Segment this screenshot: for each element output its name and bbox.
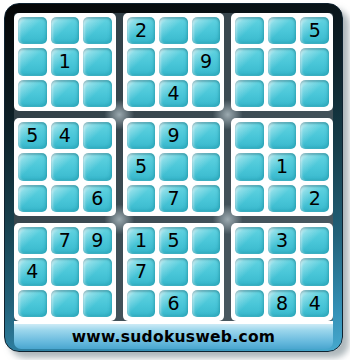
cell-r9c8[interactable]: 8	[268, 290, 297, 317]
cell-r8c6[interactable]	[192, 258, 221, 285]
cell-r3c8[interactable]	[268, 80, 297, 107]
cell-r2c6[interactable]: 9	[192, 48, 221, 75]
cell-r7c3[interactable]: 9	[83, 227, 112, 254]
cell-r1c1[interactable]	[18, 17, 47, 44]
cell-r1c3[interactable]	[83, 17, 112, 44]
cell-r5c4[interactable]: 5	[127, 153, 156, 180]
box-2: 294	[123, 13, 225, 111]
cell-r8c7[interactable]	[235, 258, 264, 285]
cell-r7c7[interactable]	[235, 227, 264, 254]
cell-r3c3[interactable]	[83, 80, 112, 107]
cell-r4c4[interactable]	[127, 122, 156, 149]
board-frame: 12945546957127941576384 www.sudokusweb.c…	[4, 3, 343, 352]
cell-r9c1[interactable]	[18, 290, 47, 317]
cell-r5c1[interactable]	[18, 153, 47, 180]
cell-r6c4[interactable]	[127, 185, 156, 212]
cell-r5c9[interactable]	[300, 153, 329, 180]
cell-r7c9[interactable]	[300, 227, 329, 254]
cell-r9c7[interactable]	[235, 290, 264, 317]
cell-r9c9[interactable]: 4	[300, 290, 329, 317]
cell-r3c7[interactable]	[235, 80, 264, 107]
footer-band: www.sudokusweb.com	[14, 321, 333, 349]
box-6: 12	[231, 118, 333, 216]
cell-r4c8[interactable]	[268, 122, 297, 149]
cell-r5c3[interactable]	[83, 153, 112, 180]
cell-r3c1[interactable]	[18, 80, 47, 107]
cell-r3c6[interactable]	[192, 80, 221, 107]
cell-r2c3[interactable]	[83, 48, 112, 75]
cell-r4c2[interactable]: 4	[51, 122, 80, 149]
cell-r5c2[interactable]	[51, 153, 80, 180]
cell-r8c4[interactable]: 7	[127, 258, 156, 285]
cell-r4c1[interactable]: 5	[18, 122, 47, 149]
cell-r6c1[interactable]	[18, 185, 47, 212]
cell-r8c5[interactable]	[159, 258, 188, 285]
cell-r7c6[interactable]	[192, 227, 221, 254]
cell-r8c9[interactable]	[300, 258, 329, 285]
cell-r3c9[interactable]	[300, 80, 329, 107]
sudoku-board: 12945546957127941576384	[14, 13, 333, 321]
cell-r1c8[interactable]	[268, 17, 297, 44]
cell-r4c7[interactable]	[235, 122, 264, 149]
cell-r9c2[interactable]	[51, 290, 80, 317]
cell-r9c5[interactable]: 6	[159, 290, 188, 317]
box-8: 1576	[123, 223, 225, 321]
website-link[interactable]: www.sudokusweb.com	[72, 328, 276, 346]
cell-r1c2[interactable]	[51, 17, 80, 44]
cell-r5c6[interactable]	[192, 153, 221, 180]
cell-r8c3[interactable]	[83, 258, 112, 285]
cell-r2c7[interactable]	[235, 48, 264, 75]
cell-r8c8[interactable]	[268, 258, 297, 285]
cell-r1c9[interactable]: 5	[300, 17, 329, 44]
cell-r7c5[interactable]: 5	[159, 227, 188, 254]
box-4: 546	[14, 118, 116, 216]
cell-r1c7[interactable]	[235, 17, 264, 44]
box-7: 794	[14, 223, 116, 321]
box-1: 1	[14, 13, 116, 111]
cell-r9c3[interactable]	[83, 290, 112, 317]
cell-r7c8[interactable]: 3	[268, 227, 297, 254]
box-9: 384	[231, 223, 333, 321]
cell-r2c9[interactable]	[300, 48, 329, 75]
cell-r6c2[interactable]	[51, 185, 80, 212]
box-5: 957	[123, 118, 225, 216]
cell-r6c9[interactable]: 2	[300, 185, 329, 212]
cell-r1c5[interactable]	[159, 17, 188, 44]
cell-r3c5[interactable]: 4	[159, 80, 188, 107]
cell-r5c7[interactable]	[235, 153, 264, 180]
cell-r7c1[interactable]	[18, 227, 47, 254]
cell-r2c1[interactable]	[18, 48, 47, 75]
cell-r7c4[interactable]: 1	[127, 227, 156, 254]
cell-r9c4[interactable]	[127, 290, 156, 317]
cell-r6c7[interactable]	[235, 185, 264, 212]
cell-r3c4[interactable]	[127, 80, 156, 107]
cell-r9c6[interactable]	[192, 290, 221, 317]
cell-r4c5[interactable]: 9	[159, 122, 188, 149]
cell-r5c8[interactable]: 1	[268, 153, 297, 180]
cell-r6c6[interactable]	[192, 185, 221, 212]
cell-r2c5[interactable]	[159, 48, 188, 75]
cell-r1c6[interactable]	[192, 17, 221, 44]
cell-r8c1[interactable]: 4	[18, 258, 47, 285]
cell-r2c4[interactable]	[127, 48, 156, 75]
box-3: 5	[231, 13, 333, 111]
cell-r2c8[interactable]	[268, 48, 297, 75]
cell-r1c4[interactable]: 2	[127, 17, 156, 44]
cell-r6c8[interactable]	[268, 185, 297, 212]
cell-r4c9[interactable]	[300, 122, 329, 149]
cell-r4c3[interactable]	[83, 122, 112, 149]
cell-r6c5[interactable]: 7	[159, 185, 188, 212]
cell-r5c5[interactable]	[159, 153, 188, 180]
cell-r8c2[interactable]	[51, 258, 80, 285]
cell-r7c2[interactable]: 7	[51, 227, 80, 254]
cell-r2c2[interactable]: 1	[51, 48, 80, 75]
cell-r4c6[interactable]	[192, 122, 221, 149]
cell-r6c3[interactable]: 6	[83, 185, 112, 212]
cell-r3c2[interactable]	[51, 80, 80, 107]
